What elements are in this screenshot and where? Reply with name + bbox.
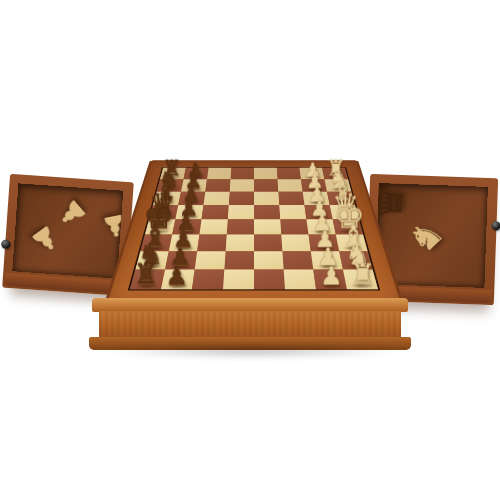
square-r7c3 (223, 269, 254, 289)
square-r4c2 (199, 219, 227, 234)
square-r0c4 (254, 168, 277, 180)
board-scene: ♜♟♟♜♞♟♟♞♝♟♟♝♛♟♟♛♚♟♟♚♝♟♟♝♞♟♟♞♜♟♟♜ (104, 4, 404, 304)
chess-board-grid: ♜♟♟♜♞♟♟♞♝♟♟♝♛♟♟♛♚♟♟♚♝♟♟♝♞♟♟♞♜♟♟♜ (128, 167, 381, 290)
light-pawn-in-left-drawer: ♟ (52, 193, 92, 233)
square-r4c4 (254, 219, 281, 234)
square-r6c5 (282, 251, 313, 269)
square-r7c7: ♜ (343, 269, 378, 289)
square-r7c4 (254, 269, 285, 289)
square-r2c3 (229, 192, 254, 205)
base-top-molding (92, 298, 408, 312)
square-r1c5 (277, 179, 302, 191)
square-r2c2 (204, 192, 230, 205)
chess-board: ♜♟♟♜♞♟♟♞♝♟♟♝♛♟♟♛♚♟♟♚♝♟♟♝♞♟♟♞♜♟♟♜ (104, 160, 404, 304)
square-r0c5 (277, 168, 301, 180)
square-r6c2 (195, 251, 226, 269)
black-rook: ♜ (133, 261, 158, 289)
square-r5c4 (254, 235, 282, 252)
square-r6c4 (254, 251, 284, 269)
square-r1c2 (205, 179, 230, 191)
square-r2c4 (254, 192, 279, 205)
square-r5c2 (197, 235, 227, 252)
square-r0c3 (231, 168, 254, 180)
square-r7c6: ♟ (313, 269, 347, 289)
white-pawn: ♟ (320, 263, 343, 288)
square-r0c2 (207, 168, 231, 180)
square-r7c5 (284, 269, 316, 289)
square-r7c2 (192, 269, 224, 289)
square-r3c5 (279, 205, 306, 219)
white-rook: ♜ (350, 261, 375, 289)
product-photo: ♟♟♟ ♛♞ ♜♟♟♜♞♟♟♞♝♟♟♝♛♟♟♛♚♟♟♚♝♟♟♝♞♟♟♞♜♟♟♜ (0, 0, 500, 500)
square-r1c4 (254, 179, 278, 191)
square-r3c4 (254, 205, 280, 219)
base-mid-molding (99, 311, 401, 338)
black-pawn: ♟ (165, 263, 188, 288)
square-r5c3 (226, 235, 254, 252)
square-r4c3 (227, 219, 254, 234)
square-r7c1: ♟ (161, 269, 195, 289)
square-r1c3 (230, 179, 254, 191)
square-r7c0: ♜ (130, 269, 165, 289)
square-r5c5 (281, 235, 311, 252)
square-r4c5 (280, 219, 308, 234)
square-r2c5 (278, 192, 304, 205)
square-r3c2 (202, 205, 229, 219)
square-r3c3 (228, 205, 254, 219)
right-drawer-knob (491, 221, 500, 230)
left-drawer-knob (1, 239, 11, 249)
ground-shadow (102, 344, 402, 358)
square-r6c3 (224, 251, 254, 269)
